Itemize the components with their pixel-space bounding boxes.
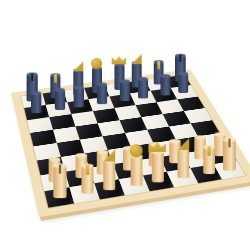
- knight-notch-icon: [207, 146, 210, 156]
- wood-rook-a1[interactable]: [53, 165, 66, 199]
- wood-king-e1[interactable]: [148, 142, 166, 183]
- navy-pawn-d7[interactable]: [97, 84, 107, 105]
- wood-knight-b1[interactable]: [81, 165, 93, 194]
- board-frame: [11, 69, 250, 217]
- piece-body: [54, 89, 65, 110]
- piece-body: [160, 75, 170, 95]
- wood-rook-h1[interactable]: [223, 139, 236, 171]
- navy-pawn-g7[interactable]: [160, 75, 170, 95]
- navy-pawn-a7[interactable]: [31, 92, 42, 113]
- square-a1[interactable]: [44, 187, 74, 208]
- wood-queen-d1[interactable]: [129, 144, 142, 186]
- queen-ball-icon: [129, 144, 142, 157]
- knight-notch-icon: [86, 165, 89, 175]
- rook-slit-icon: [58, 165, 61, 174]
- wood-bishop-f1[interactable]: [177, 138, 189, 178]
- piece-body: [138, 78, 148, 99]
- navy-pawn-c7[interactable]: [73, 87, 83, 108]
- rook-slit-icon: [179, 55, 181, 62]
- piece-body: [177, 148, 189, 178]
- rook-slit-icon: [31, 74, 33, 82]
- navy-pawn-e7[interactable]: [119, 81, 129, 102]
- piece-body: [178, 73, 188, 93]
- piece-body: [151, 151, 163, 183]
- king-crown-icon: [148, 142, 166, 152]
- piece-body: [130, 155, 142, 186]
- wood-bishop-c1[interactable]: [103, 150, 115, 191]
- rook-slit-icon: [228, 139, 231, 148]
- king-crown-icon: [111, 56, 126, 64]
- navy-pawn-b7[interactable]: [54, 89, 65, 110]
- product-photo-chess-set: [0, 0, 250, 250]
- piece-body: [119, 81, 129, 102]
- board-3d-stage: [0, 0, 250, 250]
- piece-body: [73, 87, 83, 108]
- queen-ball-icon: [91, 58, 102, 69]
- wood-knight-g1[interactable]: [203, 146, 215, 174]
- chessboard: [21, 75, 245, 208]
- piece-body: [97, 84, 107, 105]
- square-e1[interactable]: [143, 172, 174, 192]
- navy-pawn-f7[interactable]: [138, 78, 148, 99]
- knight-notch-icon: [54, 74, 56, 82]
- knight-notch-icon: [157, 61, 159, 69]
- square-d5[interactable]: [98, 120, 125, 136]
- piece-body: [31, 92, 42, 113]
- navy-pawn-h7[interactable]: [178, 73, 188, 93]
- square-b1[interactable]: [70, 183, 100, 203]
- piece-body: [103, 160, 115, 191]
